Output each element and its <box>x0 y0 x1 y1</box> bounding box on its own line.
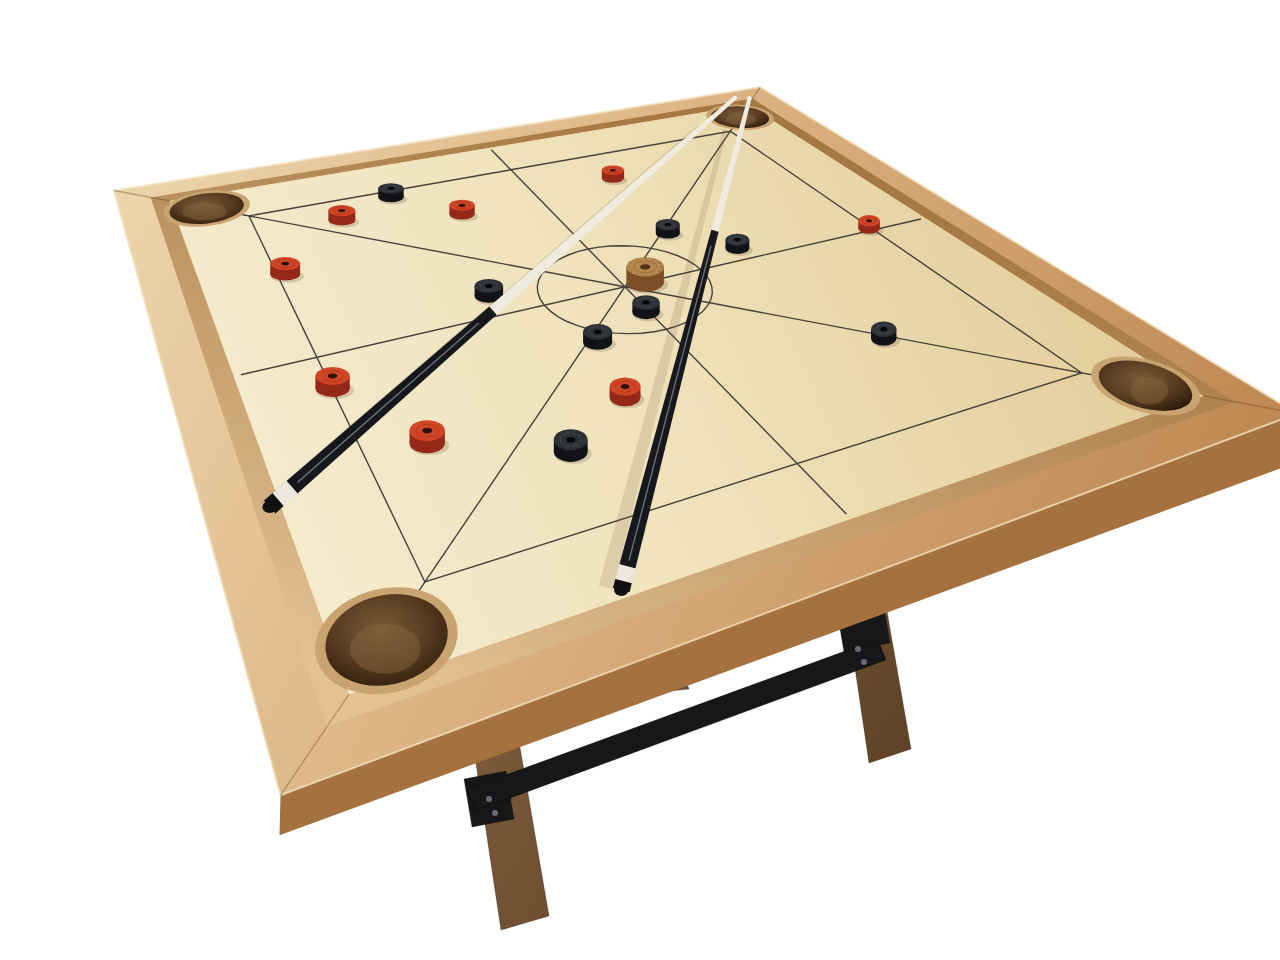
hole <box>866 219 872 222</box>
hole <box>422 428 432 434</box>
hole <box>281 262 289 266</box>
cue-bumper-cap <box>262 501 277 513</box>
cue-ferrule <box>733 96 737 100</box>
pocket-gloss-east <box>1130 377 1168 405</box>
hole <box>594 330 602 334</box>
screw <box>492 810 498 816</box>
hole <box>665 223 671 226</box>
screw <box>486 796 492 802</box>
hole <box>566 437 575 443</box>
hole <box>485 284 493 288</box>
pocket-gloss-west <box>183 203 227 220</box>
cue-ferrule <box>747 96 751 100</box>
screw <box>861 659 867 665</box>
hole <box>621 384 629 389</box>
hole <box>328 374 337 379</box>
screw <box>855 646 861 652</box>
hole <box>610 169 616 172</box>
table-scene <box>0 0 1280 960</box>
hole <box>734 238 740 241</box>
hole <box>640 264 650 269</box>
hole <box>388 187 395 190</box>
hole <box>880 327 887 331</box>
hole <box>642 301 649 305</box>
pocket-gloss-south <box>350 624 421 674</box>
hole <box>459 204 466 207</box>
king-disc <box>626 257 668 294</box>
couronne-table-photo <box>0 0 1280 960</box>
hole <box>338 209 345 212</box>
cue-bumper-cap <box>614 584 629 596</box>
